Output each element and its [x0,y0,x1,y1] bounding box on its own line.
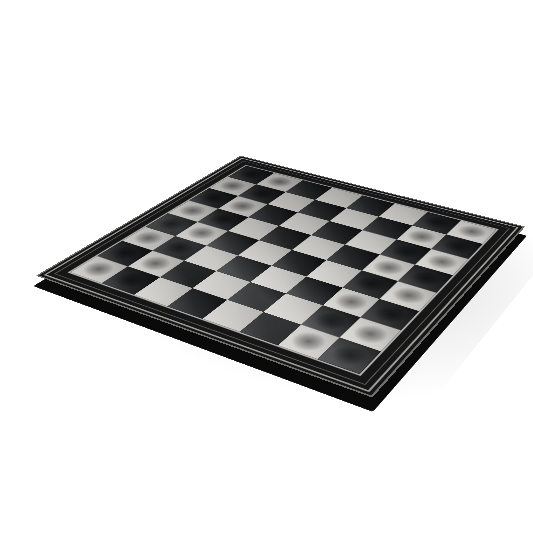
chess-set-photo: ♜♞♟♝♟♚♟♛♟♝♟♞♟♟♜♟♟♜♟♟♞♟♝♟♚♟♛♟♝♟♞♜ [0,0,533,533]
chess-board: ♜♞♟♝♟♚♟♛♟♝♟♞♟♟♜♟♟♜♟♟♞♟♝♟♚♟♛♟♝♟♞♜ [36,156,525,398]
piece-gold-rook: ♜ [277,287,421,366]
piece-silver-pawn: ♟ [67,231,194,288]
